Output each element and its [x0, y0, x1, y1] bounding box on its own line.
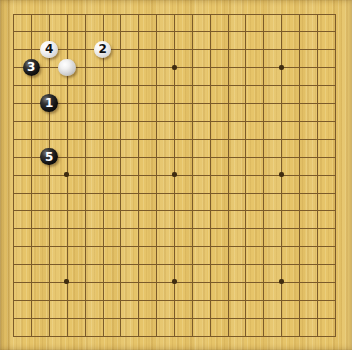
intersection-M1[interactable] — [201, 327, 219, 345]
intersection-E15[interactable] — [76, 76, 94, 94]
intersection-E16[interactable] — [76, 58, 94, 76]
intersection-H8[interactable] — [129, 201, 147, 219]
intersection-G7[interactable] — [112, 219, 130, 237]
intersection-P15[interactable] — [254, 76, 272, 94]
intersection-E10[interactable] — [76, 166, 94, 184]
intersection-N7[interactable] — [219, 219, 237, 237]
intersection-P14[interactable] — [254, 94, 272, 112]
intersection-J8[interactable] — [147, 201, 165, 219]
intersection-F5[interactable] — [94, 255, 112, 273]
intersection-E1[interactable] — [76, 327, 94, 345]
intersection-H13[interactable] — [129, 112, 147, 130]
intersection-D14[interactable] — [58, 94, 76, 112]
intersection-A1[interactable] — [5, 327, 23, 345]
intersection-R2[interactable] — [290, 309, 308, 327]
intersection-L11[interactable] — [183, 148, 201, 166]
intersection-G15[interactable] — [112, 76, 130, 94]
intersection-F6[interactable] — [94, 237, 112, 255]
intersection-K14[interactable] — [165, 94, 183, 112]
intersection-T16[interactable] — [326, 58, 344, 76]
intersection-M18[interactable] — [201, 23, 219, 41]
intersection-A2[interactable] — [5, 309, 23, 327]
intersection-G2[interactable] — [112, 309, 130, 327]
intersection-A9[interactable] — [5, 184, 23, 202]
intersection-R9[interactable] — [290, 184, 308, 202]
intersection-K5[interactable] — [165, 255, 183, 273]
intersection-T2[interactable] — [326, 309, 344, 327]
intersection-A8[interactable] — [5, 201, 23, 219]
intersection-S12[interactable] — [308, 130, 326, 148]
intersection-R14[interactable] — [290, 94, 308, 112]
intersection-L9[interactable] — [183, 184, 201, 202]
intersection-P17[interactable] — [254, 40, 272, 58]
intersection-D12[interactable] — [58, 130, 76, 148]
intersection-S7[interactable] — [308, 219, 326, 237]
intersection-S15[interactable] — [308, 76, 326, 94]
intersection-E12[interactable] — [76, 130, 94, 148]
intersection-L7[interactable] — [183, 219, 201, 237]
intersection-R1[interactable] — [290, 327, 308, 345]
intersection-G19[interactable] — [112, 5, 130, 23]
intersection-F18[interactable] — [94, 23, 112, 41]
intersection-L12[interactable] — [183, 130, 201, 148]
intersection-T11[interactable] — [326, 148, 344, 166]
intersection-H19[interactable] — [129, 5, 147, 23]
intersection-Q12[interactable] — [272, 130, 290, 148]
intersection-M10[interactable] — [201, 166, 219, 184]
intersection-T15[interactable] — [326, 76, 344, 94]
intersection-E13[interactable] — [76, 112, 94, 130]
intersection-O12[interactable] — [236, 130, 254, 148]
intersection-E2[interactable] — [76, 309, 94, 327]
intersection-Q3[interactable] — [272, 291, 290, 309]
intersection-L1[interactable] — [183, 327, 201, 345]
intersection-D6[interactable] — [58, 237, 76, 255]
intersection-C5[interactable] — [40, 255, 58, 273]
intersection-F1[interactable] — [94, 327, 112, 345]
intersection-J17[interactable] — [147, 40, 165, 58]
intersection-N13[interactable] — [219, 112, 237, 130]
intersection-P10[interactable] — [254, 166, 272, 184]
intersection-L18[interactable] — [183, 23, 201, 41]
intersection-H14[interactable] — [129, 94, 147, 112]
intersection-T8[interactable] — [326, 201, 344, 219]
intersection-H9[interactable] — [129, 184, 147, 202]
intersection-G8[interactable] — [112, 201, 130, 219]
intersection-J6[interactable] — [147, 237, 165, 255]
intersection-T10[interactable] — [326, 166, 344, 184]
intersection-P7[interactable] — [254, 219, 272, 237]
intersection-K2[interactable] — [165, 309, 183, 327]
intersection-C2[interactable] — [40, 309, 58, 327]
intersection-D1[interactable] — [58, 327, 76, 345]
intersection-Q5[interactable] — [272, 255, 290, 273]
intersection-K18[interactable] — [165, 23, 183, 41]
intersection-D3[interactable] — [58, 291, 76, 309]
intersection-M15[interactable] — [201, 76, 219, 94]
intersection-M4[interactable] — [201, 273, 219, 291]
intersection-L10[interactable] — [183, 166, 201, 184]
intersection-F7[interactable] — [94, 219, 112, 237]
intersection-E3[interactable] — [76, 291, 94, 309]
intersection-H10[interactable] — [129, 166, 147, 184]
intersection-O2[interactable] — [236, 309, 254, 327]
intersection-Q8[interactable] — [272, 201, 290, 219]
intersection-M5[interactable] — [201, 255, 219, 273]
intersection-N6[interactable] — [219, 237, 237, 255]
intersection-A15[interactable] — [5, 76, 23, 94]
intersection-M17[interactable] — [201, 40, 219, 58]
intersection-A16[interactable] — [5, 58, 23, 76]
intersection-P11[interactable] — [254, 148, 272, 166]
intersection-P2[interactable] — [254, 309, 272, 327]
intersection-E7[interactable] — [76, 219, 94, 237]
intersection-B9[interactable] — [22, 184, 40, 202]
intersection-E14[interactable] — [76, 94, 94, 112]
intersection-O8[interactable] — [236, 201, 254, 219]
intersection-D7[interactable] — [58, 219, 76, 237]
intersection-C16[interactable] — [40, 58, 58, 76]
intersection-F9[interactable] — [94, 184, 112, 202]
intersection-R3[interactable] — [290, 291, 308, 309]
intersection-J15[interactable] — [147, 76, 165, 94]
intersection-A14[interactable] — [5, 94, 23, 112]
intersection-S16[interactable] — [308, 58, 326, 76]
intersection-D17[interactable] — [58, 40, 76, 58]
intersection-G17[interactable] — [112, 40, 130, 58]
intersection-F12[interactable] — [94, 130, 112, 148]
intersection-D18[interactable] — [58, 23, 76, 41]
intersection-N3[interactable] — [219, 291, 237, 309]
intersection-L2[interactable] — [183, 309, 201, 327]
intersection-O9[interactable] — [236, 184, 254, 202]
intersection-M7[interactable] — [201, 219, 219, 237]
intersection-D2[interactable] — [58, 309, 76, 327]
intersection-N17[interactable] — [219, 40, 237, 58]
intersection-P13[interactable] — [254, 112, 272, 130]
intersection-A6[interactable] — [5, 237, 23, 255]
intersection-N10[interactable] — [219, 166, 237, 184]
intersection-J14[interactable] — [147, 94, 165, 112]
intersection-Q13[interactable] — [272, 112, 290, 130]
intersection-N1[interactable] — [219, 327, 237, 345]
intersection-F11[interactable] — [94, 148, 112, 166]
intersection-G5[interactable] — [112, 255, 130, 273]
intersection-O4[interactable] — [236, 273, 254, 291]
intersection-M12[interactable] — [201, 130, 219, 148]
intersection-T5[interactable] — [326, 255, 344, 273]
intersection-O7[interactable] — [236, 219, 254, 237]
intersection-R12[interactable] — [290, 130, 308, 148]
intersection-L3[interactable] — [183, 291, 201, 309]
intersection-Q14[interactable] — [272, 94, 290, 112]
intersection-C9[interactable] — [40, 184, 58, 202]
intersection-O11[interactable] — [236, 148, 254, 166]
intersection-S17[interactable] — [308, 40, 326, 58]
intersection-S10[interactable] — [308, 166, 326, 184]
intersection-P8[interactable] — [254, 201, 272, 219]
intersection-H11[interactable] — [129, 148, 147, 166]
intersection-L6[interactable] — [183, 237, 201, 255]
intersection-N19[interactable] — [219, 5, 237, 23]
intersection-N2[interactable] — [219, 309, 237, 327]
intersection-B19[interactable] — [22, 5, 40, 23]
intersection-S14[interactable] — [308, 94, 326, 112]
intersection-E17[interactable] — [76, 40, 94, 58]
intersection-A17[interactable] — [5, 40, 23, 58]
intersection-M16[interactable] — [201, 58, 219, 76]
intersection-F16[interactable] — [94, 58, 112, 76]
intersection-B3[interactable] — [22, 291, 40, 309]
intersection-F15[interactable] — [94, 76, 112, 94]
intersection-Q19[interactable] — [272, 5, 290, 23]
intersection-A19[interactable] — [5, 5, 23, 23]
intersection-G11[interactable] — [112, 148, 130, 166]
intersection-T14[interactable] — [326, 94, 344, 112]
intersection-O14[interactable] — [236, 94, 254, 112]
intersection-J3[interactable] — [147, 291, 165, 309]
intersection-A18[interactable] — [5, 23, 23, 41]
intersection-K15[interactable] — [165, 76, 183, 94]
intersection-G6[interactable] — [112, 237, 130, 255]
intersection-T4[interactable] — [326, 273, 344, 291]
intersection-D19[interactable] — [58, 5, 76, 23]
intersection-L15[interactable] — [183, 76, 201, 94]
intersection-Q6[interactable] — [272, 237, 290, 255]
intersection-T12[interactable] — [326, 130, 344, 148]
intersection-R4[interactable] — [290, 273, 308, 291]
intersection-N11[interactable] — [219, 148, 237, 166]
intersection-C18[interactable] — [40, 23, 58, 41]
intersection-S1[interactable] — [308, 327, 326, 345]
intersection-B6[interactable] — [22, 237, 40, 255]
intersection-Q1[interactable] — [272, 327, 290, 345]
intersection-J13[interactable] — [147, 112, 165, 130]
intersection-S2[interactable] — [308, 309, 326, 327]
intersection-B1[interactable] — [22, 327, 40, 345]
intersection-G13[interactable] — [112, 112, 130, 130]
intersection-M11[interactable] — [201, 148, 219, 166]
intersection-R10[interactable] — [290, 166, 308, 184]
intersection-P9[interactable] — [254, 184, 272, 202]
intersection-L8[interactable] — [183, 201, 201, 219]
intersection-L4[interactable] — [183, 273, 201, 291]
intersection-A13[interactable] — [5, 112, 23, 130]
intersection-R7[interactable] — [290, 219, 308, 237]
intersection-R6[interactable] — [290, 237, 308, 255]
intersection-G18[interactable] — [112, 23, 130, 41]
intersection-O15[interactable] — [236, 76, 254, 94]
intersection-L19[interactable] — [183, 5, 201, 23]
intersection-T13[interactable] — [326, 112, 344, 130]
go-board[interactable]: 12345 — [0, 0, 352, 350]
intersection-N9[interactable] — [219, 184, 237, 202]
intersection-L13[interactable] — [183, 112, 201, 130]
intersection-R17[interactable] — [290, 40, 308, 58]
intersection-J11[interactable] — [147, 148, 165, 166]
intersection-N12[interactable] — [219, 130, 237, 148]
intersection-R15[interactable] — [290, 76, 308, 94]
intersection-K1[interactable] — [165, 327, 183, 345]
intersection-D15[interactable] — [58, 76, 76, 94]
intersection-B13[interactable] — [22, 112, 40, 130]
intersection-O18[interactable] — [236, 23, 254, 41]
intersection-M13[interactable] — [201, 112, 219, 130]
intersection-G3[interactable] — [112, 291, 130, 309]
intersection-H3[interactable] — [129, 291, 147, 309]
intersection-F4[interactable] — [94, 273, 112, 291]
intersection-F14[interactable] — [94, 94, 112, 112]
intersection-E19[interactable] — [76, 5, 94, 23]
intersection-K19[interactable] — [165, 5, 183, 23]
intersection-O6[interactable] — [236, 237, 254, 255]
intersection-E9[interactable] — [76, 184, 94, 202]
intersection-C6[interactable] — [40, 237, 58, 255]
intersection-N4[interactable] — [219, 273, 237, 291]
intersection-B10[interactable] — [22, 166, 40, 184]
intersection-D9[interactable] — [58, 184, 76, 202]
intersection-B5[interactable] — [22, 255, 40, 273]
intersection-D8[interactable] — [58, 201, 76, 219]
intersection-M6[interactable] — [201, 237, 219, 255]
intersection-B15[interactable] — [22, 76, 40, 94]
intersection-S18[interactable] — [308, 23, 326, 41]
intersection-N5[interactable] — [219, 255, 237, 273]
intersection-R11[interactable] — [290, 148, 308, 166]
intersection-S8[interactable] — [308, 201, 326, 219]
intersection-K7[interactable] — [165, 219, 183, 237]
intersection-H5[interactable] — [129, 255, 147, 273]
intersection-P5[interactable] — [254, 255, 272, 273]
intersection-C13[interactable] — [40, 112, 58, 130]
intersection-B2[interactable] — [22, 309, 40, 327]
intersection-K3[interactable] — [165, 291, 183, 309]
intersection-D5[interactable] — [58, 255, 76, 273]
intersection-A12[interactable] — [5, 130, 23, 148]
intersection-S5[interactable] — [308, 255, 326, 273]
intersection-S4[interactable] — [308, 273, 326, 291]
intersection-P3[interactable] — [254, 291, 272, 309]
intersection-J10[interactable] — [147, 166, 165, 184]
intersection-A7[interactable] — [5, 219, 23, 237]
intersection-L17[interactable] — [183, 40, 201, 58]
intersection-B14[interactable] — [22, 94, 40, 112]
intersection-F19[interactable] — [94, 5, 112, 23]
intersection-O3[interactable] — [236, 291, 254, 309]
intersection-A4[interactable] — [5, 273, 23, 291]
intersection-T9[interactable] — [326, 184, 344, 202]
intersection-E4[interactable] — [76, 273, 94, 291]
intersection-F8[interactable] — [94, 201, 112, 219]
intersection-R13[interactable] — [290, 112, 308, 130]
intersection-E6[interactable] — [76, 237, 94, 255]
intersection-H12[interactable] — [129, 130, 147, 148]
intersection-C4[interactable] — [40, 273, 58, 291]
intersection-R19[interactable] — [290, 5, 308, 23]
intersection-F10[interactable] — [94, 166, 112, 184]
intersection-N8[interactable] — [219, 201, 237, 219]
intersection-J4[interactable] — [147, 273, 165, 291]
intersection-C7[interactable] — [40, 219, 58, 237]
intersection-Q11[interactable] — [272, 148, 290, 166]
intersection-T6[interactable] — [326, 237, 344, 255]
intersection-T3[interactable] — [326, 291, 344, 309]
intersection-E8[interactable] — [76, 201, 94, 219]
intersection-A11[interactable] — [5, 148, 23, 166]
intersection-E5[interactable] — [76, 255, 94, 273]
intersection-G14[interactable] — [112, 94, 130, 112]
intersection-H2[interactable] — [129, 309, 147, 327]
intersection-C8[interactable] — [40, 201, 58, 219]
intersection-K13[interactable] — [165, 112, 183, 130]
intersection-B12[interactable] — [22, 130, 40, 148]
stone-white-setup-D16[interactable] — [58, 59, 76, 77]
intersection-A3[interactable] — [5, 291, 23, 309]
intersection-Q2[interactable] — [272, 309, 290, 327]
intersection-O5[interactable] — [236, 255, 254, 273]
intersection-T19[interactable] — [326, 5, 344, 23]
intersection-M3[interactable] — [201, 291, 219, 309]
intersection-C10[interactable] — [40, 166, 58, 184]
intersection-M2[interactable] — [201, 309, 219, 327]
intersection-F2[interactable] — [94, 309, 112, 327]
stone-black-3-B16[interactable]: 3 — [23, 59, 41, 77]
intersection-B7[interactable] — [22, 219, 40, 237]
intersection-D13[interactable] — [58, 112, 76, 130]
intersection-R16[interactable] — [290, 58, 308, 76]
intersection-R5[interactable] — [290, 255, 308, 273]
intersection-K9[interactable] — [165, 184, 183, 202]
intersection-O16[interactable] — [236, 58, 254, 76]
intersection-J5[interactable] — [147, 255, 165, 273]
intersection-L14[interactable] — [183, 94, 201, 112]
intersection-S3[interactable] — [308, 291, 326, 309]
intersection-R18[interactable] — [290, 23, 308, 41]
intersection-R8[interactable] — [290, 201, 308, 219]
intersection-P6[interactable] — [254, 237, 272, 255]
intersection-K17[interactable] — [165, 40, 183, 58]
intersection-O13[interactable] — [236, 112, 254, 130]
intersection-H4[interactable] — [129, 273, 147, 291]
intersection-A10[interactable] — [5, 166, 23, 184]
intersection-J9[interactable] — [147, 184, 165, 202]
intersection-Q15[interactable] — [272, 76, 290, 94]
intersection-M9[interactable] — [201, 184, 219, 202]
intersection-J18[interactable] — [147, 23, 165, 41]
intersection-H6[interactable] — [129, 237, 147, 255]
intersection-S13[interactable] — [308, 112, 326, 130]
intersection-Q17[interactable] — [272, 40, 290, 58]
intersection-S9[interactable] — [308, 184, 326, 202]
intersection-N16[interactable] — [219, 58, 237, 76]
intersection-N14[interactable] — [219, 94, 237, 112]
intersection-L5[interactable] — [183, 255, 201, 273]
intersection-O19[interactable] — [236, 5, 254, 23]
intersection-C1[interactable] — [40, 327, 58, 345]
intersection-P4[interactable] — [254, 273, 272, 291]
intersection-J12[interactable] — [147, 130, 165, 148]
intersection-N15[interactable] — [219, 76, 237, 94]
intersection-T17[interactable] — [326, 40, 344, 58]
stone-white-4-C17[interactable]: 4 — [40, 41, 58, 59]
intersection-J1[interactable] — [147, 327, 165, 345]
intersection-M8[interactable] — [201, 201, 219, 219]
intersection-M19[interactable] — [201, 5, 219, 23]
intersection-H18[interactable] — [129, 23, 147, 41]
intersection-J19[interactable] — [147, 5, 165, 23]
intersection-S11[interactable] — [308, 148, 326, 166]
intersection-O1[interactable] — [236, 327, 254, 345]
